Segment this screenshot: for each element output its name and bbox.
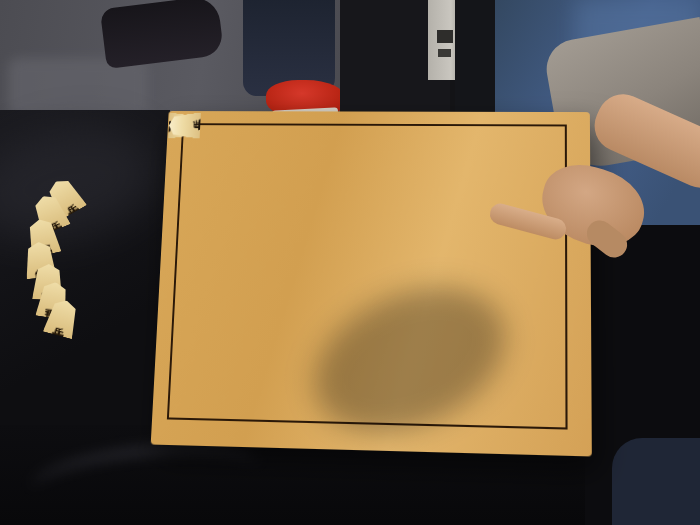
- piece-kanji: 銀将: [34, 259, 46, 260]
- carpet-highlight: [8, 58, 148, 116]
- wall-mark: [438, 49, 451, 57]
- piece-kanji: 桂馬: [37, 236, 49, 239]
- wall-mark: [437, 30, 453, 43]
- piece-kanji: 歩兵: [60, 194, 71, 200]
- piece-kanji: 歩兵: [44, 211, 55, 216]
- shogi-photo-scene: 歩兵歩兵桂馬銀将香車飛車歩兵 香車歩兵香車歩兵歩兵桂馬歩兵銀将金将銀将歩兵歩兵金…: [0, 0, 700, 525]
- piece-kanji: 歩兵: [56, 316, 68, 319]
- piece-kanji: 香車: [42, 282, 54, 283]
- piece-kanji: 歩兵: [184, 120, 185, 131]
- seated-person-knee: [612, 438, 700, 525]
- piece-kanji: 飛車: [47, 299, 59, 301]
